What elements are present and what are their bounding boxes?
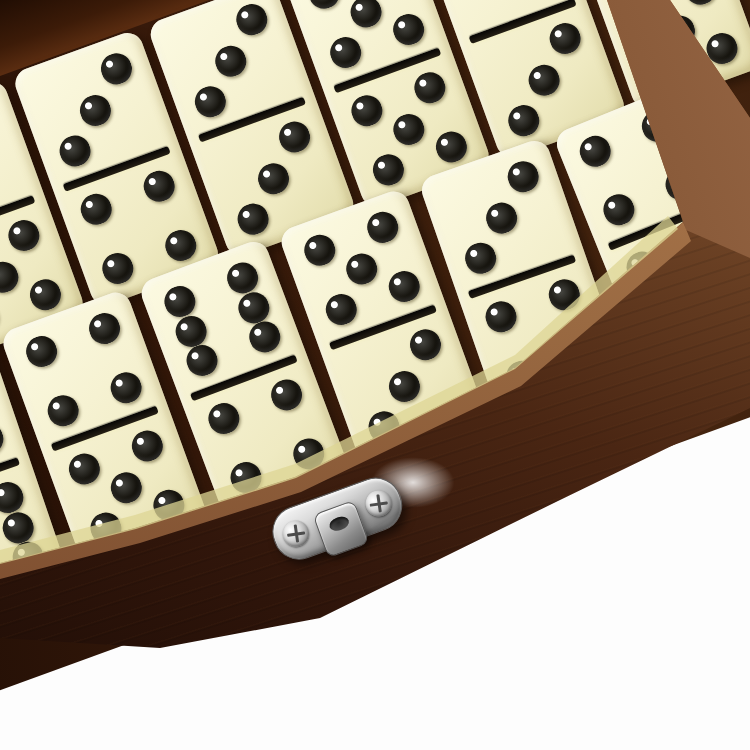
pip (410, 68, 450, 108)
pip (254, 158, 294, 198)
pip (388, 10, 428, 50)
pip (84, 309, 124, 349)
pip (0, 298, 2, 338)
pip (362, 208, 402, 248)
screw-icon (279, 517, 312, 550)
pip (55, 131, 95, 171)
pip (274, 118, 314, 158)
pip (346, 0, 386, 31)
pip (97, 248, 137, 288)
pip (64, 449, 104, 489)
pip (211, 41, 251, 81)
pip (545, 19, 585, 59)
pip (25, 275, 65, 315)
pip (482, 198, 521, 237)
pip (503, 101, 543, 141)
screw-icon (362, 487, 395, 520)
pip (325, 33, 365, 73)
pip (232, 0, 272, 40)
pip (503, 157, 542, 196)
pip (384, 366, 424, 406)
pip (43, 391, 83, 431)
pip (405, 325, 445, 365)
pip (368, 150, 408, 190)
pip (384, 267, 424, 307)
pip (300, 231, 340, 271)
pip (389, 109, 429, 149)
pip (21, 332, 61, 372)
pip (139, 167, 179, 207)
pip (96, 49, 136, 89)
pip (680, 0, 720, 10)
pip (460, 238, 499, 277)
pip (304, 0, 344, 14)
pip (190, 82, 230, 122)
clasp-keeper-hole (328, 514, 351, 533)
pip (160, 226, 200, 266)
pip (524, 60, 564, 100)
pip (106, 467, 146, 507)
pip (575, 132, 615, 172)
pip (0, 419, 7, 458)
pip (321, 290, 361, 330)
pip (204, 399, 244, 439)
photo-scene (0, 0, 750, 750)
pip (481, 297, 520, 336)
pip (0, 257, 23, 297)
pip (431, 127, 471, 167)
pip (127, 427, 167, 467)
pip (106, 368, 146, 408)
pip (233, 199, 273, 239)
pip (598, 189, 638, 229)
pip (76, 190, 116, 230)
pip (75, 90, 115, 130)
pip (4, 216, 44, 256)
pip (342, 249, 382, 289)
pip (266, 375, 306, 415)
pip (347, 91, 387, 131)
